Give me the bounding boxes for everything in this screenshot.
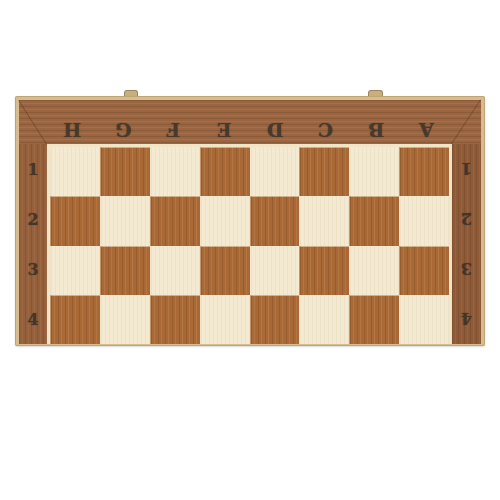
board-square[interactable] (200, 295, 250, 344)
board-square[interactable] (399, 246, 449, 295)
file-label: B (351, 119, 402, 141)
board-square[interactable] (349, 196, 399, 245)
board-square[interactable] (100, 147, 150, 196)
file-label: A (401, 119, 452, 141)
board-square[interactable] (50, 246, 100, 295)
rank-label-right: 4 (452, 294, 481, 344)
board-square[interactable] (349, 295, 399, 344)
board-square[interactable] (399, 147, 449, 196)
rank-label-right: 3 (452, 244, 481, 294)
rank-label-left: 1 (19, 144, 47, 194)
rank-label-left: 3 (19, 244, 47, 294)
rank-label-right: 2 (452, 194, 481, 244)
board-square[interactable] (200, 246, 250, 295)
file-label: E (199, 119, 250, 141)
rank-label-right: 1 (452, 144, 481, 194)
rank-label-left: 4 (19, 294, 47, 344)
board-square[interactable] (250, 246, 300, 295)
board-square[interactable] (150, 196, 200, 245)
board-square[interactable] (299, 196, 349, 245)
board-square[interactable] (250, 295, 300, 344)
board-square[interactable] (349, 246, 399, 295)
board-square[interactable] (50, 295, 100, 344)
board-square[interactable] (299, 147, 349, 196)
file-labels: HGFEDCBA (47, 114, 452, 146)
board-square[interactable] (250, 147, 300, 196)
board-square[interactable] (150, 246, 200, 295)
playing-area (47, 144, 452, 344)
chess-board: HGFEDCBA 1234 1234 (15, 96, 485, 346)
board-square[interactable] (100, 246, 150, 295)
board-square[interactable] (299, 246, 349, 295)
file-label: F (148, 119, 199, 141)
board-square[interactable] (50, 147, 100, 196)
board-square[interactable] (150, 147, 200, 196)
file-label: G (98, 119, 149, 141)
file-label: C (300, 119, 351, 141)
rank-label-left: 2 (19, 194, 47, 244)
rank-labels-right: 1234 (452, 144, 481, 344)
board-square[interactable] (200, 196, 250, 245)
file-label: H (47, 119, 98, 141)
board-square[interactable] (349, 147, 399, 196)
board-square[interactable] (150, 295, 200, 344)
board-square[interactable] (200, 147, 250, 196)
board-square[interactable] (100, 295, 150, 344)
board-square[interactable] (50, 196, 100, 245)
board-square[interactable] (250, 196, 300, 245)
board-square[interactable] (399, 295, 449, 344)
file-label: D (250, 119, 301, 141)
board-square[interactable] (299, 295, 349, 344)
board-square[interactable] (399, 196, 449, 245)
rank-labels-left: 1234 (19, 144, 47, 344)
board-square[interactable] (100, 196, 150, 245)
board-grid (50, 147, 449, 344)
